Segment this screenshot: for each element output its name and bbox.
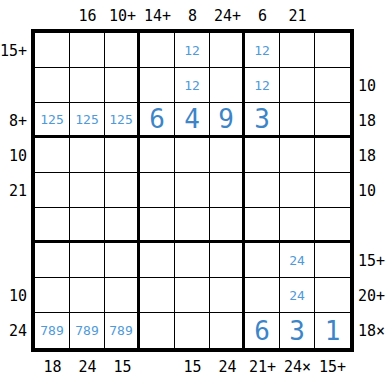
right-clues: 1018181015+20+18×	[358, 33, 386, 348]
cell-r7c8[interactable]: 24	[280, 243, 315, 278]
cell-r8c6[interactable]	[210, 278, 245, 313]
top-clue-6: 24+	[210, 4, 245, 28]
cell-r9c5[interactable]	[175, 313, 210, 348]
cell-r9c3[interactable]: 789	[105, 313, 140, 348]
right-clue-1	[358, 33, 386, 68]
top-clue-5: 8	[175, 4, 210, 28]
cell-r6c3[interactable]	[105, 208, 140, 243]
top-clue-4: 14+	[140, 4, 175, 28]
cell-r4c9[interactable]	[315, 138, 350, 173]
cell-r2c8[interactable]	[280, 68, 315, 103]
cell-r8c2[interactable]	[70, 278, 105, 313]
cell-r3c4[interactable]: 6	[140, 103, 175, 138]
right-clue-5: 10	[358, 173, 386, 208]
cell-r4c2[interactable]	[70, 138, 105, 173]
cell-r2c7[interactable]: 12	[245, 68, 280, 103]
cell-r7c7[interactable]	[245, 243, 280, 278]
bottom-clue-5: 15	[175, 355, 210, 379]
bottom-clue-6: 24	[210, 355, 245, 379]
cell-r4c6[interactable]	[210, 138, 245, 173]
top-clue-1	[35, 4, 70, 28]
cell-r4c3[interactable]	[105, 138, 140, 173]
left-clue-9: 24	[0, 313, 29, 348]
cell-r6c7[interactable]	[245, 208, 280, 243]
cell-r2c2[interactable]	[70, 68, 105, 103]
right-clue-8: 20+	[358, 278, 386, 313]
cell-r1c5[interactable]: 12	[175, 33, 210, 68]
solved-digit: 3	[254, 106, 270, 132]
cell-r1c9[interactable]	[315, 33, 350, 68]
left-clues: 15+8+10211024	[0, 33, 29, 348]
cell-r8c7[interactable]	[245, 278, 280, 313]
cell-r8c4[interactable]	[140, 278, 175, 313]
cell-r9c9[interactable]: 1	[315, 313, 350, 348]
pencil-marks: 12	[254, 79, 270, 92]
frame-sudoku-puzzle: 1610+14+824+621 15+8+10211024 1018181015…	[0, 0, 386, 386]
top-clues: 1610+14+824+621	[35, 4, 350, 28]
cell-r9c4[interactable]	[140, 313, 175, 348]
bottom-clue-3: 15	[105, 355, 140, 379]
cell-r6c8[interactable]	[280, 208, 315, 243]
right-clue-4: 18	[358, 138, 386, 173]
cell-r5c2[interactable]	[70, 173, 105, 208]
pencil-marks: 789	[75, 324, 98, 337]
pencil-marks: 12	[184, 44, 200, 57]
cell-r6c9[interactable]	[315, 208, 350, 243]
cell-r8c5[interactable]	[175, 278, 210, 313]
left-clue-4: 10	[0, 138, 29, 173]
sudoku-board: 1212121212512512564932424789789789631	[31, 29, 354, 352]
cell-r1c1[interactable]	[35, 33, 70, 68]
pencil-marks: 125	[109, 113, 132, 126]
pencil-marks: 125	[40, 113, 63, 126]
cell-r2c5[interactable]: 12	[175, 68, 210, 103]
cell-r7c9[interactable]	[315, 243, 350, 278]
solved-digit: 3	[289, 318, 305, 344]
cell-r7c5[interactable]	[175, 243, 210, 278]
solved-digit: 6	[254, 318, 270, 344]
cell-r9c7[interactable]: 6	[245, 313, 280, 348]
left-clue-6	[0, 208, 29, 243]
left-clue-5: 21	[0, 173, 29, 208]
bottom-clue-1: 18	[35, 355, 70, 379]
left-clue-1: 15+	[0, 33, 29, 68]
top-clue-2: 16	[70, 4, 105, 28]
cell-r2c3[interactable]	[105, 68, 140, 103]
left-clue-3: 8+	[0, 103, 29, 138]
cell-r6c6[interactable]	[210, 208, 245, 243]
bottom-clue-9: 15+	[315, 355, 350, 379]
right-clue-7: 15+	[358, 243, 386, 278]
cell-r2c1[interactable]	[35, 68, 70, 103]
cell-r2c6[interactable]	[210, 68, 245, 103]
cell-r7c3[interactable]	[105, 243, 140, 278]
cell-r3c2[interactable]: 125	[70, 103, 105, 138]
cell-r1c6[interactable]	[210, 33, 245, 68]
solved-digit: 6	[149, 106, 165, 132]
cell-r2c9[interactable]	[315, 68, 350, 103]
cell-r3c6[interactable]: 9	[210, 103, 245, 138]
cell-r6c2[interactable]	[70, 208, 105, 243]
cell-r9c6[interactable]	[210, 313, 245, 348]
bottom-clue-2: 24	[70, 355, 105, 379]
cell-r1c4[interactable]	[140, 33, 175, 68]
solved-digit: 9	[218, 106, 234, 132]
right-clue-2: 10	[358, 68, 386, 103]
cell-r5c8[interactable]	[280, 173, 315, 208]
cell-r1c8[interactable]	[280, 33, 315, 68]
cell-r5c1[interactable]	[35, 173, 70, 208]
cell-r8c3[interactable]	[105, 278, 140, 313]
right-clue-6	[358, 208, 386, 243]
top-clue-3: 10+	[105, 4, 140, 28]
pencil-marks: 125	[75, 113, 98, 126]
cell-r1c2[interactable]	[70, 33, 105, 68]
cell-r5c9[interactable]	[315, 173, 350, 208]
cell-r9c2[interactable]: 789	[70, 313, 105, 348]
cell-r8c1[interactable]	[35, 278, 70, 313]
pencil-marks: 789	[109, 324, 132, 337]
solved-digit: 4	[184, 106, 200, 132]
cell-r4c7[interactable]	[245, 138, 280, 173]
cell-r1c3[interactable]	[105, 33, 140, 68]
cell-r3c3[interactable]: 125	[105, 103, 140, 138]
cell-r3c9[interactable]	[315, 103, 350, 138]
pencil-marks: 789	[40, 324, 63, 337]
cell-r8c8[interactable]: 24	[280, 278, 315, 313]
cell-r2c4[interactable]	[140, 68, 175, 103]
cell-r3c7[interactable]: 3	[245, 103, 280, 138]
left-clue-8: 10	[0, 278, 29, 313]
cell-r3c1[interactable]: 125	[35, 103, 70, 138]
left-clue-7	[0, 243, 29, 278]
right-clue-9: 18×	[358, 313, 386, 348]
bottom-clue-4	[140, 355, 175, 379]
cell-r9c8[interactable]: 3	[280, 313, 315, 348]
cell-r6c4[interactable]	[140, 208, 175, 243]
cell-r6c1[interactable]	[35, 208, 70, 243]
cell-r4c5[interactable]	[175, 138, 210, 173]
cell-r3c5[interactable]: 4	[175, 103, 210, 138]
cell-r5c4[interactable]	[140, 173, 175, 208]
pencil-marks: 12	[184, 79, 200, 92]
cell-r5c6[interactable]	[210, 173, 245, 208]
solved-digit: 1	[325, 318, 341, 344]
cell-r7c6[interactable]	[210, 243, 245, 278]
cell-r7c2[interactable]	[70, 243, 105, 278]
top-clue-8: 21	[280, 4, 315, 28]
pencil-marks: 24	[289, 289, 305, 302]
cell-r7c4[interactable]	[140, 243, 175, 278]
top-clue-7: 6	[245, 4, 280, 28]
bottom-clues: 182415152421+24×15+	[35, 355, 350, 379]
cell-r4c1[interactable]	[35, 138, 70, 173]
cell-r1c7[interactable]: 12	[245, 33, 280, 68]
cell-r5c3[interactable]	[105, 173, 140, 208]
bottom-clue-8: 24×	[280, 355, 315, 379]
cell-r4c4[interactable]	[140, 138, 175, 173]
cell-r4c8[interactable]	[280, 138, 315, 173]
cell-r9c1[interactable]: 789	[35, 313, 70, 348]
cell-r3c8[interactable]	[280, 103, 315, 138]
top-clue-9	[315, 4, 350, 28]
cell-r6c5[interactable]	[175, 208, 210, 243]
cell-r7c1[interactable]	[35, 243, 70, 278]
pencil-marks: 24	[289, 254, 305, 267]
left-clue-2	[0, 68, 29, 103]
pencil-marks: 12	[254, 44, 270, 57]
right-clue-3: 18	[358, 103, 386, 138]
cell-r8c9[interactable]	[315, 278, 350, 313]
cell-r5c5[interactable]	[175, 173, 210, 208]
cell-r5c7[interactable]	[245, 173, 280, 208]
bottom-clue-7: 21+	[245, 355, 280, 379]
